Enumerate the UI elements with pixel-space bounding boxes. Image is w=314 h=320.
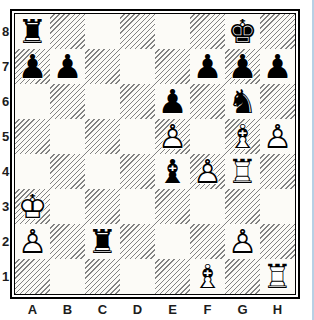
piece-black-rook: ♜ xyxy=(15,14,50,49)
square-b5 xyxy=(50,119,85,154)
square-d4 xyxy=(120,154,155,189)
square-e4: ♝ xyxy=(155,154,190,189)
file-label-d: D xyxy=(120,301,155,318)
square-d5 xyxy=(120,119,155,154)
square-b1 xyxy=(50,259,85,294)
piece-white-king: ♚♔ xyxy=(15,189,50,224)
square-d8 xyxy=(120,14,155,49)
square-f8 xyxy=(190,14,225,49)
piece-black-pawn: ♟ xyxy=(260,49,295,84)
piece-black-rook: ♜ xyxy=(85,224,120,259)
square-f7: ♟ xyxy=(190,49,225,84)
square-g2: ♟♙ xyxy=(225,224,260,259)
square-e1 xyxy=(155,259,190,294)
square-h6 xyxy=(260,84,295,119)
square-c4 xyxy=(85,154,120,189)
piece-white-rook: ♜♖ xyxy=(260,259,295,294)
square-d3 xyxy=(120,189,155,224)
piece-black-bishop: ♝ xyxy=(155,154,190,189)
piece-white-pawn: ♟♙ xyxy=(190,154,225,189)
square-b2 xyxy=(50,224,85,259)
square-f2 xyxy=(190,224,225,259)
piece-white-rook: ♜♖ xyxy=(225,154,260,189)
file-labels: ABCDEFGH xyxy=(15,301,295,318)
square-f6 xyxy=(190,84,225,119)
square-b6 xyxy=(50,84,85,119)
square-e5: ♟♙ xyxy=(155,119,190,154)
piece-black-king: ♚ xyxy=(225,14,260,49)
piece-black-pawn: ♟ xyxy=(190,49,225,84)
file-label-a: A xyxy=(15,301,50,318)
chess-board: ♜♚♟♟♟♟♟♟♞♟♙♝♗♟♙♝♟♙♜♖♚♔♟♙♜♟♙♝♗♜♖ xyxy=(14,13,296,295)
square-c7 xyxy=(85,49,120,84)
square-c5 xyxy=(85,119,120,154)
piece-white-pawn: ♟♙ xyxy=(225,224,260,259)
square-a5 xyxy=(15,119,50,154)
chess-board-frame: ♜♚♟♟♟♟♟♟♞♟♙♝♗♟♙♝♟♙♜♖♚♔♟♙♜♟♙♝♗♜♖ xyxy=(10,9,300,299)
square-b8 xyxy=(50,14,85,49)
square-h2 xyxy=(260,224,295,259)
square-a1 xyxy=(15,259,50,294)
square-h4 xyxy=(260,154,295,189)
square-g4: ♜♖ xyxy=(225,154,260,189)
square-f1: ♝♗ xyxy=(190,259,225,294)
square-c3 xyxy=(85,189,120,224)
square-e3 xyxy=(155,189,190,224)
square-d6 xyxy=(120,84,155,119)
square-a3: ♚♔ xyxy=(15,189,50,224)
square-h7: ♟ xyxy=(260,49,295,84)
piece-black-pawn: ♟ xyxy=(155,84,190,119)
square-b4 xyxy=(50,154,85,189)
square-d1 xyxy=(120,259,155,294)
piece-white-bishop: ♝♗ xyxy=(190,259,225,294)
square-b3 xyxy=(50,189,85,224)
file-label-e: E xyxy=(155,301,190,318)
square-f5 xyxy=(190,119,225,154)
square-g1 xyxy=(225,259,260,294)
square-h3 xyxy=(260,189,295,224)
piece-black-pawn: ♟ xyxy=(15,49,50,84)
square-c1 xyxy=(85,259,120,294)
file-label-g: G xyxy=(225,301,260,318)
square-f4: ♟♙ xyxy=(190,154,225,189)
square-a4 xyxy=(15,154,50,189)
piece-white-pawn: ♟♙ xyxy=(155,119,190,154)
square-h1: ♜♖ xyxy=(260,259,295,294)
square-f3 xyxy=(190,189,225,224)
square-h5: ♟♙ xyxy=(260,119,295,154)
image-edge-line xyxy=(312,0,314,320)
file-label-b: B xyxy=(50,301,85,318)
square-g3 xyxy=(225,189,260,224)
square-e8 xyxy=(155,14,190,49)
piece-white-pawn: ♟♙ xyxy=(15,224,50,259)
piece-black-knight: ♞ xyxy=(225,84,260,119)
square-a6 xyxy=(15,84,50,119)
file-label-h: H xyxy=(260,301,295,318)
square-a8: ♜ xyxy=(15,14,50,49)
chess-diagram: 87654321 ♜♚♟♟♟♟♟♟♞♟♙♝♗♟♙♝♟♙♜♖♚♔♟♙♜♟♙♝♗♜♖… xyxy=(0,0,314,320)
square-a7: ♟ xyxy=(15,49,50,84)
file-label-f: F xyxy=(190,301,225,318)
square-e6: ♟ xyxy=(155,84,190,119)
square-b7: ♟ xyxy=(50,49,85,84)
square-h8 xyxy=(260,14,295,49)
square-g8: ♚ xyxy=(225,14,260,49)
square-a2: ♟♙ xyxy=(15,224,50,259)
square-g6: ♞ xyxy=(225,84,260,119)
piece-black-pawn: ♟ xyxy=(225,49,260,84)
square-g5: ♝♗ xyxy=(225,119,260,154)
file-label-c: C xyxy=(85,301,120,318)
piece-black-pawn: ♟ xyxy=(50,49,85,84)
square-d7 xyxy=(120,49,155,84)
square-g7: ♟ xyxy=(225,49,260,84)
square-e7 xyxy=(155,49,190,84)
piece-white-pawn: ♟♙ xyxy=(260,119,295,154)
square-c8 xyxy=(85,14,120,49)
piece-white-bishop: ♝♗ xyxy=(225,119,260,154)
square-c6 xyxy=(85,84,120,119)
square-e2 xyxy=(155,224,190,259)
square-d2 xyxy=(120,224,155,259)
square-c2: ♜ xyxy=(85,224,120,259)
